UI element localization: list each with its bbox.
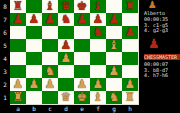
square-a3[interactable]: [10, 65, 26, 78]
square-h5[interactable]: [122, 39, 138, 52]
square-h8[interactable]: ♜: [122, 0, 138, 13]
square-g2[interactable]: [106, 78, 122, 91]
square-b3[interactable]: [26, 65, 42, 78]
square-d8[interactable]: ♛: [58, 0, 74, 13]
rank-label-2: 2: [0, 78, 10, 91]
black-pawn[interactable]: ♟: [58, 39, 74, 52]
square-b8[interactable]: [26, 0, 42, 13]
file-label-h: h: [122, 104, 138, 113]
square-g6[interactable]: [106, 26, 122, 39]
file-label-a: a: [10, 104, 26, 113]
square-g5[interactable]: ♝: [106, 39, 122, 52]
square-f6[interactable]: ♞: [90, 26, 106, 39]
square-g1[interactable]: ♞: [106, 91, 122, 104]
black-knight[interactable]: ♞: [90, 26, 106, 39]
board[interactable]: ♜♝♛♚♝♜♟♟♟♞♟♟♟♞♟♟♝♟♞♟♟♟♟♟♟♟♜♛♚♝♞♜: [10, 0, 139, 105]
white-king[interactable]: ♚: [74, 91, 90, 104]
white-pawn-icon: ♟: [148, 0, 157, 10]
square-e5[interactable]: [74, 39, 90, 52]
rank-label-3: 3: [0, 65, 10, 78]
square-a6[interactable]: [10, 26, 26, 39]
rank-label-6: 6: [0, 26, 10, 39]
square-a7[interactable]: ♟: [10, 13, 26, 26]
file-label-d: d: [58, 104, 74, 113]
black-bishop[interactable]: ♝: [90, 0, 106, 13]
white-rook[interactable]: ♜: [122, 91, 138, 104]
file-label-c: c: [42, 104, 58, 113]
file-label-f: f: [90, 104, 106, 113]
black-pawn[interactable]: ♟: [74, 13, 90, 26]
black-rook[interactable]: ♜: [10, 0, 26, 13]
black-pawn[interactable]: ♟: [122, 26, 138, 39]
rank-label-8: 8: [0, 0, 10, 13]
square-a4[interactable]: [10, 52, 26, 65]
rank-label-4: 4: [0, 52, 10, 65]
square-c1[interactable]: [42, 91, 58, 104]
square-b1[interactable]: [26, 91, 42, 104]
square-c6[interactable]: [42, 26, 58, 39]
square-e3[interactable]: [74, 65, 90, 78]
square-b6[interactable]: [26, 26, 42, 39]
square-e8[interactable]: ♚: [74, 0, 90, 13]
square-d7[interactable]: ♞: [58, 13, 74, 26]
square-f8[interactable]: ♝: [90, 0, 106, 13]
white-pawn[interactable]: ♟: [74, 78, 90, 91]
file-label-b: b: [26, 104, 42, 113]
rank-label-5: 5: [0, 39, 10, 52]
square-e6[interactable]: [74, 26, 90, 39]
square-g3[interactable]: ♟: [106, 65, 122, 78]
square-d1[interactable]: ♛: [58, 91, 74, 104]
black-pawn[interactable]: ♟: [90, 13, 106, 26]
white-pawn[interactable]: ♟: [10, 78, 26, 91]
file-label-e: e: [74, 104, 90, 113]
square-b5[interactable]: [26, 39, 42, 52]
white-rook[interactable]: ♜: [10, 91, 26, 104]
square-a5[interactable]: [10, 39, 26, 52]
square-f3[interactable]: [90, 65, 106, 78]
black-pawn[interactable]: ♟: [26, 13, 42, 26]
white-pawn[interactable]: ♟: [58, 52, 74, 65]
chess-app-screen: 87654321 ♜♝♛♚♝♜♟♟♟♞♟♟♟♞♟♟♝♟♞♟♟♟♟♟♟♟♜♛♚♝♞…: [0, 0, 180, 113]
square-d6[interactable]: [58, 26, 74, 39]
rank-labels: 87654321: [0, 0, 10, 104]
white-knight[interactable]: ♞: [42, 65, 58, 78]
square-c3[interactable]: ♞: [42, 65, 58, 78]
white-pawn[interactable]: ♟: [106, 65, 122, 78]
white-move-2: 4. g2-g3: [144, 27, 180, 33]
white-knight[interactable]: ♞: [106, 91, 122, 104]
square-c8[interactable]: ♝: [42, 0, 58, 13]
black-queen[interactable]: ♛: [58, 0, 74, 13]
white-pawn[interactable]: ♟: [122, 78, 138, 91]
square-c4[interactable]: [42, 52, 58, 65]
square-g8[interactable]: [106, 0, 122, 13]
black-move-2: 4. h7-h6: [144, 72, 180, 78]
square-a1[interactable]: ♜: [10, 91, 26, 104]
square-f7[interactable]: ♟: [90, 13, 106, 26]
square-a2[interactable]: ♟: [10, 78, 26, 91]
square-h2[interactable]: ♟: [122, 78, 138, 91]
square-h6[interactable]: ♟: [122, 26, 138, 39]
square-e4[interactable]: [74, 52, 90, 65]
black-rook[interactable]: ♜: [122, 0, 138, 13]
black-king[interactable]: ♚: [74, 0, 90, 13]
black-bishop[interactable]: ♝: [42, 0, 58, 13]
file-label-g: g: [106, 104, 122, 113]
square-d5[interactable]: ♟: [58, 39, 74, 52]
rank-label-1: 1: [0, 91, 10, 104]
square-e1[interactable]: ♚: [74, 91, 90, 104]
black-player-name-highlighted: CHESSMASTER: [144, 54, 180, 60]
black-pawn[interactable]: ♟: [42, 13, 58, 26]
black-pawn[interactable]: ♟: [10, 13, 26, 26]
file-labels: abcdefgh: [10, 104, 138, 113]
square-b7[interactable]: ♟: [26, 13, 42, 26]
square-h1[interactable]: ♜: [122, 91, 138, 104]
square-e7[interactable]: ♟: [74, 13, 90, 26]
square-c7[interactable]: ♟: [42, 13, 58, 26]
black-pawn[interactable]: ♟: [106, 13, 122, 26]
square-g4[interactable]: [106, 52, 122, 65]
square-f1[interactable]: ♝: [90, 91, 106, 104]
black-knight[interactable]: ♞: [58, 13, 74, 26]
square-c2[interactable]: ♟: [42, 78, 58, 91]
rank-label-7: 7: [0, 13, 10, 26]
square-d3[interactable]: [58, 65, 74, 78]
black-pawn-icon: ♟: [148, 36, 160, 51]
square-f2[interactable]: ♟: [90, 78, 106, 91]
square-g7[interactable]: ♟: [106, 13, 122, 26]
square-d2[interactable]: [58, 78, 74, 91]
square-c5[interactable]: [42, 39, 58, 52]
square-a8[interactable]: ♜: [10, 0, 26, 13]
white-bishop[interactable]: ♝: [90, 91, 106, 104]
white-bishop[interactable]: ♝: [106, 39, 122, 52]
square-f5[interactable]: [90, 39, 106, 52]
square-h7[interactable]: [122, 13, 138, 26]
sidebar: ♟ Alberto 00:00:35 3. c1-g5 4. g2-g3 ♟ C…: [144, 0, 180, 113]
white-queen[interactable]: ♛: [58, 91, 74, 104]
white-pawn[interactable]: ♟: [90, 78, 106, 91]
square-e2[interactable]: ♟: [74, 78, 90, 91]
square-d4[interactable]: ♟: [58, 52, 74, 65]
square-b4[interactable]: [26, 52, 42, 65]
white-pawn[interactable]: ♟: [42, 78, 58, 91]
square-h3[interactable]: [122, 65, 138, 78]
square-f4[interactable]: [90, 52, 106, 65]
square-h4[interactable]: [122, 52, 138, 65]
square-b2[interactable]: ♟: [26, 78, 42, 91]
white-pawn[interactable]: ♟: [26, 78, 42, 91]
